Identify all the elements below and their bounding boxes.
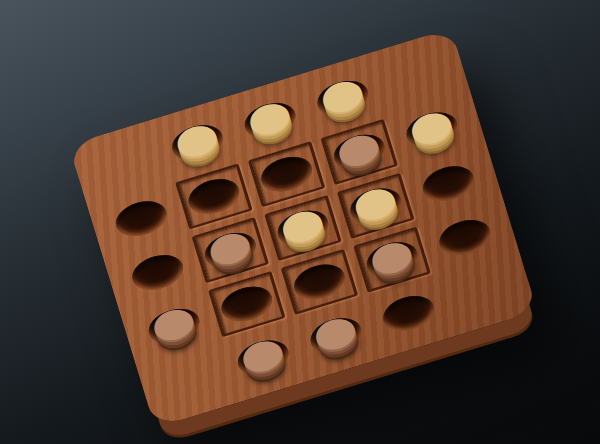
peg-hole-r4c3[interactable] [290,259,349,305]
peg-dark-r5c3[interactable]: ● [307,306,362,356]
peg-light-r1c2[interactable]: ● [169,113,224,163]
peg-dark-r5c2[interactable]: ● [235,328,290,378]
peg-dark-r4c1[interactable]: ● [145,297,200,347]
peg-light-r3c3[interactable]: ● [274,199,329,249]
peg-dark-r3c2[interactable]: ● [202,221,257,271]
peg-hole-r3c5[interactable] [419,160,478,206]
peg-light-r1c3[interactable]: ● [241,91,296,141]
peg-dark-r4c4[interactable]: ● [363,230,418,280]
peg-hole-r3c1[interactable] [128,249,187,295]
scene-background: ●●●●●●●●●●●● [0,0,600,444]
peg-hole-r2c1[interactable] [112,195,171,241]
peg-hole-r4c5[interactable] [435,214,494,260]
game-board: ●●●●●●●●●●●● [68,28,537,428]
peg-light-r3c4[interactable]: ● [347,176,402,226]
board-grid: ●●●●●●●●●●●● [80,38,526,418]
peg-hole-r5c4[interactable] [379,290,438,336]
peg-hole-r2c2[interactable] [184,173,243,219]
peg-dark-r2c4[interactable]: ● [331,123,386,173]
peg-hole-r4c2[interactable] [217,281,276,327]
peg-hole-r2c3[interactable] [257,151,316,197]
peg-light-r2c5[interactable]: ● [403,100,458,150]
peg-light-r1c4[interactable]: ● [314,69,369,119]
